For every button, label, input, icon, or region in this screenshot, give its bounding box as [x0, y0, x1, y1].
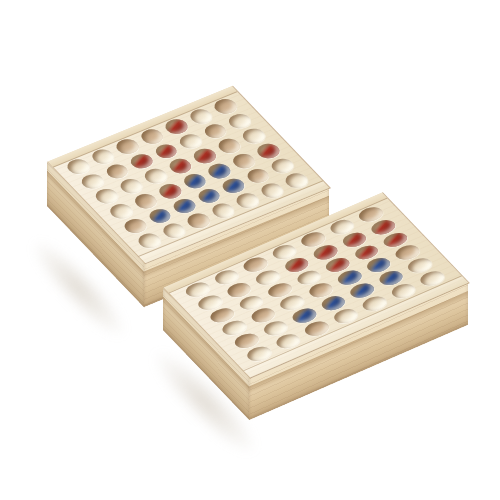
back-board-hole-r3c1: [92, 187, 122, 206]
back-board-hole-r3c4: [166, 156, 196, 175]
back-board-hole-r3c5: [190, 146, 220, 165]
back-board-hole-r4c6: [229, 151, 259, 170]
product-photo-scene: [0, 0, 500, 500]
back-board-hole-r3c3: [141, 167, 171, 186]
back-board-hole-r4c3: [155, 181, 185, 200]
back-board-hole-r4c4: [180, 171, 210, 190]
back-board-hole-r3c6: [215, 136, 245, 155]
back-board-hole-r3c7: [239, 126, 269, 145]
back-board-hole-r4c2: [131, 191, 161, 210]
back-board-hole-r4c7: [254, 141, 284, 160]
back-board-hole-r4c1: [106, 202, 136, 221]
back-board-hole-r4c5: [204, 161, 234, 180]
back-board-hole-r3c2: [116, 177, 146, 196]
